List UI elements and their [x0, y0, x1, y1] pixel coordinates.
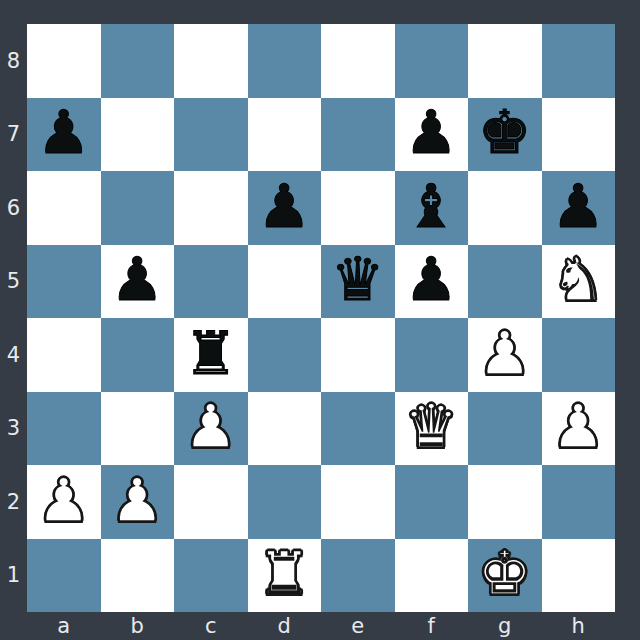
rank-label-8: 8	[0, 24, 27, 98]
square-b6[interactable]	[101, 171, 175, 245]
square-h1[interactable]	[542, 539, 616, 613]
file-label-e: e	[321, 612, 395, 640]
square-h3[interactable]: ♟	[542, 392, 616, 466]
square-b7[interactable]	[101, 98, 175, 172]
square-c8[interactable]	[174, 24, 248, 98]
square-g1[interactable]: ♚	[468, 539, 542, 613]
square-f8[interactable]	[395, 24, 469, 98]
rank-labels: 8 7 6 5 4 3 2 1	[0, 24, 27, 612]
file-label-c: c	[174, 612, 248, 640]
square-e5[interactable]: ♛	[321, 245, 395, 319]
square-d1[interactable]: ♜	[248, 539, 322, 613]
square-g2[interactable]	[468, 465, 542, 539]
piece-black-pawn[interactable]: ♟	[404, 102, 458, 162]
square-b3[interactable]	[101, 392, 175, 466]
square-h2[interactable]	[542, 465, 616, 539]
piece-white-pawn[interactable]: ♟	[37, 470, 91, 530]
square-h7[interactable]	[542, 98, 616, 172]
square-a7[interactable]: ♟	[27, 98, 101, 172]
file-label-b: b	[101, 612, 175, 640]
square-a3[interactable]	[27, 392, 101, 466]
square-g5[interactable]	[468, 245, 542, 319]
piece-black-pawn[interactable]: ♟	[404, 249, 458, 309]
square-e1[interactable]	[321, 539, 395, 613]
piece-black-king[interactable]: ♚	[478, 102, 532, 162]
square-d6[interactable]: ♟	[248, 171, 322, 245]
square-e4[interactable]	[321, 318, 395, 392]
square-e7[interactable]	[321, 98, 395, 172]
file-label-g: g	[468, 612, 542, 640]
square-d7[interactable]	[248, 98, 322, 172]
square-e6[interactable]	[321, 171, 395, 245]
square-e2[interactable]	[321, 465, 395, 539]
square-c6[interactable]	[174, 171, 248, 245]
chess-app: 8 7 6 5 4 3 2 1 ♟♟♚♟♝♟♟♛♟♞♜♟♟♛♟♟♟♜♚ a b …	[0, 0, 640, 640]
square-c4[interactable]: ♜	[174, 318, 248, 392]
rank-label-2: 2	[0, 465, 27, 539]
square-a6[interactable]	[27, 171, 101, 245]
square-d2[interactable]	[248, 465, 322, 539]
piece-white-pawn[interactable]: ♟	[110, 470, 164, 530]
square-f2[interactable]	[395, 465, 469, 539]
square-d4[interactable]	[248, 318, 322, 392]
file-label-h: h	[542, 612, 616, 640]
piece-black-pawn[interactable]: ♟	[551, 176, 605, 236]
square-c1[interactable]	[174, 539, 248, 613]
square-g6[interactable]	[468, 171, 542, 245]
square-c3[interactable]: ♟	[174, 392, 248, 466]
square-c2[interactable]	[174, 465, 248, 539]
file-labels: a b c d e f g h	[27, 612, 615, 640]
square-g8[interactable]	[468, 24, 542, 98]
square-e8[interactable]	[321, 24, 395, 98]
file-label-a: a	[27, 612, 101, 640]
rank-label-6: 6	[0, 171, 27, 245]
square-h5[interactable]: ♞	[542, 245, 616, 319]
square-a5[interactable]	[27, 245, 101, 319]
square-d5[interactable]	[248, 245, 322, 319]
square-f1[interactable]	[395, 539, 469, 613]
piece-black-pawn[interactable]: ♟	[110, 249, 164, 309]
square-a8[interactable]	[27, 24, 101, 98]
square-d3[interactable]	[248, 392, 322, 466]
piece-black-pawn[interactable]: ♟	[257, 176, 311, 236]
square-a4[interactable]	[27, 318, 101, 392]
piece-white-pawn[interactable]: ♟	[478, 323, 532, 383]
piece-black-rook[interactable]: ♜	[184, 323, 238, 383]
square-h6[interactable]: ♟	[542, 171, 616, 245]
square-b5[interactable]: ♟	[101, 245, 175, 319]
piece-white-rook[interactable]: ♜	[257, 543, 311, 603]
chess-board: ♟♟♚♟♝♟♟♛♟♞♜♟♟♛♟♟♟♜♚	[27, 24, 615, 612]
piece-white-king[interactable]: ♚	[478, 543, 532, 603]
piece-white-knight[interactable]: ♞	[551, 249, 605, 309]
file-label-d: d	[248, 612, 322, 640]
square-a1[interactable]	[27, 539, 101, 613]
piece-black-pawn[interactable]: ♟	[37, 102, 91, 162]
square-b2[interactable]: ♟	[101, 465, 175, 539]
square-h4[interactable]	[542, 318, 616, 392]
square-f7[interactable]: ♟	[395, 98, 469, 172]
rank-label-5: 5	[0, 245, 27, 319]
square-g7[interactable]: ♚	[468, 98, 542, 172]
square-f6[interactable]: ♝	[395, 171, 469, 245]
square-c7[interactable]	[174, 98, 248, 172]
square-g3[interactable]	[468, 392, 542, 466]
piece-white-pawn[interactable]: ♟	[184, 396, 238, 456]
square-f4[interactable]	[395, 318, 469, 392]
rank-label-4: 4	[0, 318, 27, 392]
square-b1[interactable]	[101, 539, 175, 613]
square-e3[interactable]	[321, 392, 395, 466]
square-f5[interactable]: ♟	[395, 245, 469, 319]
rank-label-1: 1	[0, 539, 27, 613]
square-c5[interactable]	[174, 245, 248, 319]
file-label-f: f	[395, 612, 469, 640]
rank-label-3: 3	[0, 392, 27, 466]
square-g4[interactable]: ♟	[468, 318, 542, 392]
piece-black-queen[interactable]: ♛	[331, 249, 385, 309]
rank-label-7: 7	[0, 98, 27, 172]
square-f3[interactable]: ♛	[395, 392, 469, 466]
square-d8[interactable]	[248, 24, 322, 98]
square-a2[interactable]: ♟	[27, 465, 101, 539]
square-b8[interactable]	[101, 24, 175, 98]
piece-white-queen[interactable]: ♛	[404, 396, 458, 456]
square-b4[interactable]	[101, 318, 175, 392]
piece-white-pawn[interactable]: ♟	[551, 396, 605, 456]
square-h8[interactable]	[542, 24, 616, 98]
piece-black-bishop[interactable]: ♝	[404, 176, 458, 236]
